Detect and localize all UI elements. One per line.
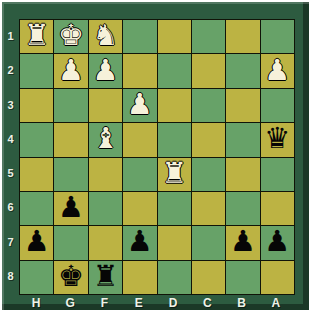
square-g8[interactable]: ♚	[54, 261, 87, 294]
square-h2[interactable]	[20, 54, 53, 87]
square-c1[interactable]	[192, 20, 225, 53]
square-d6[interactable]	[158, 192, 191, 225]
square-d5[interactable]: ♜	[158, 158, 191, 191]
square-g7[interactable]	[54, 226, 87, 259]
square-g2[interactable]: ♟	[54, 54, 87, 87]
black-pawn[interactable]: ♟	[58, 193, 84, 222]
square-g3[interactable]	[54, 89, 87, 122]
square-d1[interactable]	[158, 20, 191, 53]
square-b5[interactable]	[226, 158, 259, 191]
square-f6[interactable]	[89, 192, 122, 225]
square-f8[interactable]: ♜	[89, 261, 122, 294]
rank-label-5: 5	[3, 156, 18, 190]
square-e2[interactable]	[123, 54, 156, 87]
square-a6[interactable]	[261, 192, 294, 225]
rank-label-7: 7	[3, 225, 18, 259]
square-h3[interactable]	[20, 89, 53, 122]
file-label-a: A	[259, 295, 293, 310]
square-e4[interactable]	[123, 123, 156, 156]
square-b3[interactable]	[226, 89, 259, 122]
white-pawn[interactable]: ♟	[92, 56, 118, 85]
square-d8[interactable]	[158, 261, 191, 294]
square-a1[interactable]	[261, 20, 294, 53]
square-a5[interactable]	[261, 158, 294, 191]
square-h1[interactable]: ♜	[20, 20, 53, 53]
square-c6[interactable]	[192, 192, 225, 225]
square-h4[interactable]	[20, 123, 53, 156]
file-label-h: H	[19, 295, 53, 310]
rank-label-8: 8	[3, 259, 18, 293]
black-pawn[interactable]: ♟	[264, 227, 290, 256]
square-f1[interactable]: ♞	[89, 20, 122, 53]
square-a4[interactable]: ♛	[261, 123, 294, 156]
square-a3[interactable]	[261, 89, 294, 122]
square-b6[interactable]	[226, 192, 259, 225]
white-pawn[interactable]: ♟	[264, 56, 290, 85]
white-bishop[interactable]: ♝	[92, 124, 118, 153]
square-g6[interactable]: ♟	[54, 192, 87, 225]
chess-board-window: ♜♚♞♟♟♟♟♝♛♜♟♟♟♟♟♚♜ 12345678 HGFEDCBA	[0, 0, 312, 313]
square-e8[interactable]	[123, 261, 156, 294]
square-e1[interactable]	[123, 20, 156, 53]
square-e3[interactable]: ♟	[123, 89, 156, 122]
black-king[interactable]: ♚	[58, 262, 84, 291]
file-label-b: B	[225, 295, 259, 310]
square-h8[interactable]	[20, 261, 53, 294]
file-label-g: G	[53, 295, 87, 310]
square-h7[interactable]: ♟	[20, 226, 53, 259]
square-d3[interactable]	[158, 89, 191, 122]
square-a8[interactable]	[261, 261, 294, 294]
square-b7[interactable]: ♟	[226, 226, 259, 259]
file-label-c: C	[190, 295, 224, 310]
square-c4[interactable]	[192, 123, 225, 156]
square-b1[interactable]	[226, 20, 259, 53]
square-h6[interactable]	[20, 192, 53, 225]
square-f5[interactable]	[89, 158, 122, 191]
square-f4[interactable]: ♝	[89, 123, 122, 156]
black-pawn[interactable]: ♟	[127, 227, 153, 256]
rank-label-1: 1	[3, 19, 18, 53]
square-c7[interactable]	[192, 226, 225, 259]
square-g4[interactable]	[54, 123, 87, 156]
square-c5[interactable]	[192, 158, 225, 191]
square-h5[interactable]	[20, 158, 53, 191]
square-e7[interactable]: ♟	[123, 226, 156, 259]
black-rook[interactable]: ♜	[92, 262, 118, 291]
square-d2[interactable]	[158, 54, 191, 87]
square-e5[interactable]	[123, 158, 156, 191]
rank-label-2: 2	[3, 53, 18, 87]
square-c2[interactable]	[192, 54, 225, 87]
rank-label-3: 3	[3, 88, 18, 122]
square-b8[interactable]	[226, 261, 259, 294]
white-pawn[interactable]: ♟	[58, 56, 84, 85]
square-b2[interactable]	[226, 54, 259, 87]
square-g1[interactable]: ♚	[54, 20, 87, 53]
white-rook[interactable]: ♜	[24, 21, 50, 50]
file-label-d: D	[156, 295, 190, 310]
board: ♜♚♞♟♟♟♟♝♛♜♟♟♟♟♟♚♜	[19, 19, 295, 295]
white-king[interactable]: ♚	[58, 21, 84, 50]
rank-label-6: 6	[3, 190, 18, 224]
square-g5[interactable]	[54, 158, 87, 191]
white-rook[interactable]: ♜	[161, 159, 187, 188]
square-a7[interactable]: ♟	[261, 226, 294, 259]
black-pawn[interactable]: ♟	[24, 227, 50, 256]
square-d4[interactable]	[158, 123, 191, 156]
file-label-f: F	[88, 295, 122, 310]
white-knight[interactable]: ♞	[92, 21, 118, 50]
square-f3[interactable]	[89, 89, 122, 122]
square-d7[interactable]	[158, 226, 191, 259]
white-pawn[interactable]: ♟	[127, 90, 153, 119]
file-label-e: E	[122, 295, 156, 310]
black-pawn[interactable]: ♟	[230, 227, 256, 256]
square-f2[interactable]: ♟	[89, 54, 122, 87]
rank-label-4: 4	[3, 122, 18, 156]
square-f7[interactable]	[89, 226, 122, 259]
black-queen[interactable]: ♛	[264, 124, 290, 153]
square-c8[interactable]	[192, 261, 225, 294]
square-b4[interactable]	[226, 123, 259, 156]
square-e6[interactable]	[123, 192, 156, 225]
square-a2[interactable]: ♟	[261, 54, 294, 87]
square-c3[interactable]	[192, 89, 225, 122]
